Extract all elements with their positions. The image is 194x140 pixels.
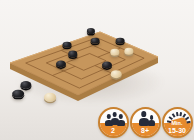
gauge-tick	[172, 113, 175, 117]
players-count: 2	[100, 127, 127, 135]
piece-white-g7	[124, 48, 133, 55]
piece-black-e5	[102, 61, 112, 68]
piece-black-g1	[87, 28, 95, 34]
gauge-tick	[176, 112, 178, 116]
piece-white-f4	[110, 49, 119, 56]
gauge-tick	[179, 112, 181, 116]
badge-players: 2	[98, 107, 129, 138]
piece-black-f2	[91, 38, 100, 44]
piece-black-c3	[56, 60, 66, 67]
age-value: 8+	[132, 127, 159, 135]
badge-age: 8+	[130, 107, 161, 138]
adult-icon	[139, 111, 149, 126]
piece-black-d1	[63, 42, 72, 48]
piece-black-off-black-1	[20, 81, 31, 89]
badge-duration: Min. 15-30	[162, 107, 193, 138]
piece-black-g4	[116, 38, 125, 44]
piece-black-d2	[68, 51, 77, 58]
duration-value: 15-30	[164, 127, 191, 135]
minutes-label: Min.	[164, 120, 191, 126]
piece-white-d7	[111, 70, 122, 78]
child-icon	[148, 115, 155, 126]
person-icon	[111, 112, 120, 125]
piece-white-off-white-1	[44, 93, 56, 102]
product-photo-scene: 2 8+ Min. 15-30	[0, 0, 194, 140]
piece-black-off-black-2	[12, 90, 24, 98]
